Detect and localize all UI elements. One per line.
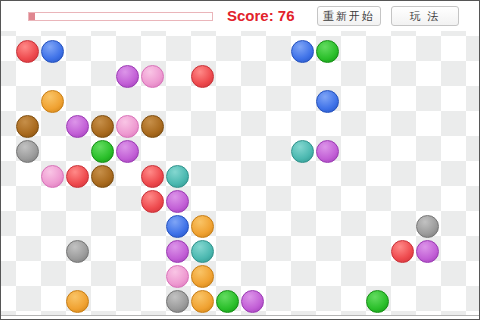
ball-green[interactable]: [216, 290, 239, 313]
ball-gray[interactable]: [166, 290, 189, 313]
ball-purple[interactable]: [166, 190, 189, 213]
game-board[interactable]: [1, 31, 480, 316]
restart-button[interactable]: 重新开始: [317, 6, 381, 26]
ball-brown[interactable]: [91, 165, 114, 188]
ball-gray[interactable]: [16, 140, 39, 163]
ball-orange[interactable]: [191, 265, 214, 288]
top-bar: Score: 76 重新开始 玩 法: [1, 1, 479, 31]
ball-green[interactable]: [316, 40, 339, 63]
ball-red[interactable]: [141, 190, 164, 213]
ball-red[interactable]: [16, 40, 39, 63]
ball-purple[interactable]: [241, 290, 264, 313]
score-value: 76: [278, 7, 295, 24]
ball-red[interactable]: [391, 240, 414, 263]
score-text: Score: 76: [227, 5, 295, 27]
ball-blue[interactable]: [166, 215, 189, 238]
ball-orange[interactable]: [191, 215, 214, 238]
ball-blue[interactable]: [291, 40, 314, 63]
time-progress-bar: [28, 12, 213, 21]
ball-teal[interactable]: [291, 140, 314, 163]
ball-gray[interactable]: [66, 240, 89, 263]
ball-brown[interactable]: [16, 115, 39, 138]
ball-purple[interactable]: [66, 115, 89, 138]
game-window: Score: 76 重新开始 玩 法: [0, 0, 480, 320]
score-label: Score:: [227, 7, 274, 24]
ball-gray[interactable]: [416, 215, 439, 238]
ball-green[interactable]: [91, 140, 114, 163]
ball-pink[interactable]: [116, 115, 139, 138]
ball-orange[interactable]: [191, 290, 214, 313]
ball-blue[interactable]: [316, 90, 339, 113]
ball-purple[interactable]: [166, 240, 189, 263]
ball-pink[interactable]: [166, 265, 189, 288]
ball-orange[interactable]: [66, 290, 89, 313]
ball-red[interactable]: [141, 165, 164, 188]
ball-blue[interactable]: [41, 40, 64, 63]
ball-green[interactable]: [366, 290, 389, 313]
ball-red[interactable]: [191, 65, 214, 88]
ball-teal[interactable]: [166, 165, 189, 188]
ball-red[interactable]: [66, 165, 89, 188]
ball-pink[interactable]: [41, 165, 64, 188]
ball-purple[interactable]: [116, 140, 139, 163]
progress-fill: [29, 13, 35, 20]
ball-purple[interactable]: [116, 65, 139, 88]
ball-brown[interactable]: [141, 115, 164, 138]
ball-teal[interactable]: [191, 240, 214, 263]
ball-brown[interactable]: [91, 115, 114, 138]
ball-purple[interactable]: [316, 140, 339, 163]
ball-purple[interactable]: [416, 240, 439, 263]
ball-orange[interactable]: [41, 90, 64, 113]
howto-button[interactable]: 玩 法: [391, 6, 459, 26]
ball-pink[interactable]: [141, 65, 164, 88]
